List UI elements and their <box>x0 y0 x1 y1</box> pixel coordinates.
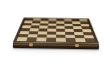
box-seam <box>14 44 98 46</box>
board-square <box>46 38 56 42</box>
chess-board <box>13 15 99 43</box>
board-grid <box>13 18 99 44</box>
board-square <box>56 38 66 42</box>
clasp-icon <box>75 44 79 47</box>
board-surface <box>13 18 99 44</box>
board-square <box>36 38 46 42</box>
box-side <box>13 42 99 49</box>
board-square <box>85 38 96 42</box>
photo-background <box>0 0 110 66</box>
clasp-icon <box>29 43 33 46</box>
